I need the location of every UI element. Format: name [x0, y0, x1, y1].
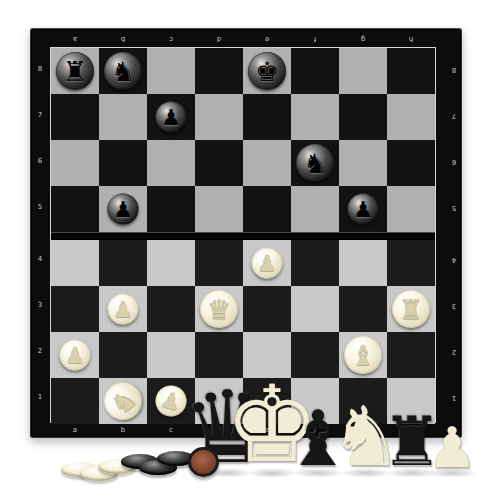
rank-label-left-1: 1	[34, 394, 46, 401]
black-king-e8: ♚	[248, 52, 286, 90]
square-f4	[291, 240, 339, 286]
square-d5	[195, 186, 243, 232]
rank-label-left-3: 3	[34, 302, 46, 309]
rank-label-left-2: 2	[34, 348, 46, 355]
square-e4: ♟	[243, 240, 291, 286]
square-b8: ♞	[99, 48, 147, 94]
square-f6: ♞	[291, 140, 339, 186]
black-knight-f6: ♞	[296, 144, 334, 182]
square-c8	[147, 48, 195, 94]
file-label-top-d: d	[213, 35, 225, 42]
square-b6	[99, 140, 147, 186]
square-f3	[291, 286, 339, 332]
black-pawn-c7: ♟	[156, 102, 187, 133]
white-pawn-b3: ♟	[108, 294, 139, 325]
felt-base-disc	[188, 447, 219, 477]
product-photo-chess-set: { "game": "chess", "scene": "overhead ph…	[0, 0, 500, 500]
rank-label-right-2: 2	[448, 348, 460, 355]
rank-label-right-8: 8	[448, 66, 460, 73]
black-knight-b8: ♞	[104, 52, 142, 90]
square-b7	[99, 94, 147, 140]
square-d4	[195, 240, 243, 286]
white-rook-h3: ♜	[392, 290, 430, 328]
file-label-bottom-b: b	[117, 427, 129, 434]
file-label-top-b: b	[117, 35, 129, 42]
square-h4	[387, 240, 435, 286]
square-h8	[387, 48, 435, 94]
square-d8	[195, 48, 243, 94]
square-h2	[387, 332, 435, 378]
fold-hinge	[51, 232, 435, 240]
rank-label-left-8: 8	[34, 66, 46, 73]
black-pawn-g5: ♟	[348, 194, 379, 225]
rank-label-right-6: 6	[448, 158, 460, 165]
square-c5	[147, 186, 195, 232]
square-f8	[291, 48, 339, 94]
square-b2	[99, 332, 147, 378]
rank-label-right-5: 5	[448, 204, 460, 211]
square-h7	[387, 94, 435, 140]
square-e7	[243, 94, 291, 140]
file-label-top-a: a	[69, 35, 81, 42]
square-d7	[195, 94, 243, 140]
rank-label-right-4: 4	[448, 256, 460, 263]
black-pawn-b5: ♟	[108, 194, 139, 225]
square-b1: ♞	[99, 378, 147, 424]
white-queen-d3: ♛	[200, 290, 238, 328]
rank-label-right-3: 3	[448, 302, 460, 309]
square-a3	[51, 286, 99, 332]
square-f7	[291, 94, 339, 140]
file-label-top-e: e	[261, 35, 273, 42]
square-f5	[291, 186, 339, 232]
white-knight-b1: ♞	[96, 374, 150, 428]
square-a4	[51, 240, 99, 286]
square-b4	[99, 240, 147, 286]
file-label-top-g: g	[357, 35, 369, 42]
square-g3	[339, 286, 387, 332]
black-rook-a8: ♜	[56, 52, 94, 90]
square-h3: ♜	[387, 286, 435, 332]
white-bishop-g2: ♝	[344, 336, 382, 374]
square-c7: ♟	[147, 94, 195, 140]
square-a1	[51, 378, 99, 424]
rank-label-left-6: 6	[34, 158, 46, 165]
square-c6	[147, 140, 195, 186]
square-h5	[387, 186, 435, 232]
square-e8: ♚	[243, 48, 291, 94]
square-a8: ♜	[51, 48, 99, 94]
square-e5	[243, 186, 291, 232]
square-c4	[147, 240, 195, 286]
rank-label-left-4: 4	[34, 256, 46, 263]
rank-label-left-7: 7	[34, 112, 46, 119]
file-label-top-f: f	[309, 35, 321, 42]
file-label-top-c: c	[165, 35, 177, 42]
square-a6	[51, 140, 99, 186]
square-g6	[339, 140, 387, 186]
rank-label-right-1: 1	[448, 394, 460, 401]
square-g4	[339, 240, 387, 286]
file-label-top-h: h	[405, 35, 417, 42]
square-h6	[387, 140, 435, 186]
square-a2: ♟	[51, 332, 99, 378]
square-e6	[243, 140, 291, 186]
square-d6	[195, 140, 243, 186]
square-g8	[339, 48, 387, 94]
square-g5: ♟	[339, 186, 387, 232]
square-b3: ♟	[99, 286, 147, 332]
white-pawn-a2: ♟	[60, 340, 91, 371]
square-b5: ♟	[99, 186, 147, 232]
square-a5	[51, 186, 99, 232]
rank-label-left-5: 5	[34, 204, 46, 211]
square-e3	[243, 286, 291, 332]
square-g2: ♝	[339, 332, 387, 378]
square-c3	[147, 286, 195, 332]
square-a7	[51, 94, 99, 140]
display-white-pawn: ♟	[397, 422, 500, 474]
square-d3: ♛	[195, 286, 243, 332]
file-label-bottom-a: a	[69, 427, 81, 434]
white-pawn-e4: ♟	[252, 248, 283, 279]
square-g7	[339, 94, 387, 140]
rank-label-right-7: 7	[448, 112, 460, 119]
